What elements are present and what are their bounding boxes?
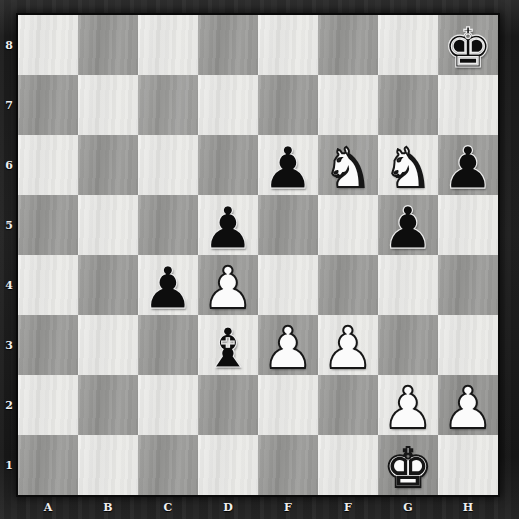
piece-white-pawn[interactable]: ♟ xyxy=(262,319,314,377)
piece-white-knight[interactable]: ♞ xyxy=(323,141,372,196)
square-d5[interactable]: ♟ xyxy=(198,195,258,255)
square-f5[interactable] xyxy=(318,195,378,255)
square-f3[interactable]: ♟ xyxy=(318,315,378,375)
file-label-3: C xyxy=(138,495,198,519)
square-b7[interactable] xyxy=(78,75,138,135)
square-g7[interactable] xyxy=(378,75,438,135)
square-h4[interactable] xyxy=(438,255,498,315)
square-b8[interactable] xyxy=(78,15,138,75)
piece-black-pawn[interactable]: ♟ xyxy=(262,139,314,197)
rank-labels: 87654321 xyxy=(0,15,18,495)
file-label-8: H xyxy=(438,495,498,519)
square-h6[interactable]: ♟ xyxy=(438,135,498,195)
square-b3[interactable] xyxy=(78,315,138,375)
rank-label-3: 3 xyxy=(0,315,18,375)
square-g2[interactable]: ♟ xyxy=(378,375,438,435)
square-c1[interactable] xyxy=(138,435,198,495)
square-a1[interactable] xyxy=(18,435,78,495)
square-d3[interactable]: ♝ xyxy=(198,315,258,375)
square-e2[interactable] xyxy=(258,375,318,435)
square-c5[interactable] xyxy=(138,195,198,255)
square-e3[interactable]: ♟ xyxy=(258,315,318,375)
square-h2[interactable]: ♟ xyxy=(438,375,498,435)
square-f1[interactable] xyxy=(318,435,378,495)
chess-board: ♚♟♞♞♟♟♟♟♟♝♟♟♟♟♚ xyxy=(18,15,498,495)
square-c3[interactable] xyxy=(138,315,198,375)
square-d2[interactable] xyxy=(198,375,258,435)
piece-black-pawn[interactable]: ♟ xyxy=(442,139,494,197)
square-f2[interactable] xyxy=(318,375,378,435)
square-g8[interactable] xyxy=(378,15,438,75)
square-e6[interactable]: ♟ xyxy=(258,135,318,195)
square-g5[interactable]: ♟ xyxy=(378,195,438,255)
square-a5[interactable] xyxy=(18,195,78,255)
piece-black-pawn[interactable]: ♟ xyxy=(382,199,434,257)
file-label-4: D xyxy=(198,495,258,519)
piece-black-pawn[interactable]: ♟ xyxy=(142,259,194,317)
rank-label-6: 6 xyxy=(0,135,18,195)
square-d7[interactable] xyxy=(198,75,258,135)
square-e7[interactable] xyxy=(258,75,318,135)
square-d1[interactable] xyxy=(198,435,258,495)
piece-white-king[interactable]: ♚ xyxy=(383,441,432,496)
square-b5[interactable] xyxy=(78,195,138,255)
rank-label-5: 5 xyxy=(0,195,18,255)
square-a3[interactable] xyxy=(18,315,78,375)
square-h7[interactable] xyxy=(438,75,498,135)
square-g4[interactable] xyxy=(378,255,438,315)
square-d8[interactable] xyxy=(198,15,258,75)
square-c8[interactable] xyxy=(138,15,198,75)
piece-white-pawn[interactable]: ♟ xyxy=(442,379,494,437)
piece-white-pawn[interactable]: ♟ xyxy=(382,379,434,437)
square-a2[interactable] xyxy=(18,375,78,435)
square-h3[interactable] xyxy=(438,315,498,375)
square-c2[interactable] xyxy=(138,375,198,435)
rank-label-7: 7 xyxy=(0,75,18,135)
square-g1[interactable]: ♚ xyxy=(378,435,438,495)
piece-black-bishop[interactable]: ♝ xyxy=(203,321,252,376)
square-b2[interactable] xyxy=(78,375,138,435)
square-e8[interactable] xyxy=(258,15,318,75)
piece-black-king[interactable]: ♚ xyxy=(443,21,492,76)
square-e5[interactable] xyxy=(258,195,318,255)
square-d6[interactable] xyxy=(198,135,258,195)
square-a8[interactable] xyxy=(18,15,78,75)
square-b6[interactable] xyxy=(78,135,138,195)
file-label-2: B xyxy=(78,495,138,519)
file-label-1: A xyxy=(18,495,78,519)
square-a7[interactable] xyxy=(18,75,78,135)
square-f8[interactable] xyxy=(318,15,378,75)
square-g3[interactable] xyxy=(378,315,438,375)
square-f7[interactable] xyxy=(318,75,378,135)
rank-label-4: 4 xyxy=(0,255,18,315)
square-c6[interactable] xyxy=(138,135,198,195)
piece-white-pawn[interactable]: ♟ xyxy=(322,319,374,377)
piece-white-knight[interactable]: ♞ xyxy=(383,141,432,196)
square-e1[interactable] xyxy=(258,435,318,495)
square-h8[interactable]: ♚ xyxy=(438,15,498,75)
square-a4[interactable] xyxy=(18,255,78,315)
square-e4[interactable] xyxy=(258,255,318,315)
file-label-7: G xyxy=(378,495,438,519)
rank-label-1: 1 xyxy=(0,435,18,495)
square-f4[interactable] xyxy=(318,255,378,315)
file-labels: ABCDFFGH xyxy=(18,495,498,519)
square-b1[interactable] xyxy=(78,435,138,495)
square-a6[interactable] xyxy=(18,135,78,195)
square-c7[interactable] xyxy=(138,75,198,135)
file-label-5: F xyxy=(258,495,318,519)
piece-white-pawn[interactable]: ♟ xyxy=(202,259,254,317)
square-g6[interactable]: ♞ xyxy=(378,135,438,195)
square-f6[interactable]: ♞ xyxy=(318,135,378,195)
square-c4[interactable]: ♟ xyxy=(138,255,198,315)
rank-label-2: 2 xyxy=(0,375,18,435)
file-label-6: F xyxy=(318,495,378,519)
square-h5[interactable] xyxy=(438,195,498,255)
square-h1[interactable] xyxy=(438,435,498,495)
rank-label-8: 8 xyxy=(0,15,18,75)
square-d4[interactable]: ♟ xyxy=(198,255,258,315)
piece-black-pawn[interactable]: ♟ xyxy=(202,199,254,257)
square-b4[interactable] xyxy=(78,255,138,315)
